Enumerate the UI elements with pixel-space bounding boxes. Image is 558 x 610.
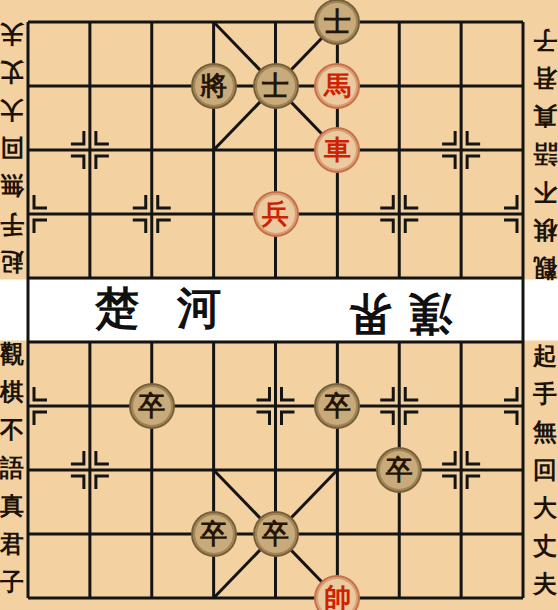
proverb-character: 回 bbox=[0, 128, 24, 166]
piece-black-soldier-5[interactable]: 卒 bbox=[253, 511, 299, 557]
proverb-character: 真 bbox=[533, 96, 557, 134]
proverb-right-top: 觀棋不語真君子 bbox=[531, 20, 558, 286]
proverb-character: 不 bbox=[533, 172, 557, 210]
proverb-character: 真 bbox=[0, 488, 24, 526]
proverb-character: 觀 bbox=[0, 336, 24, 374]
proverb-character: 棋 bbox=[0, 374, 24, 412]
proverb-character: 觀 bbox=[533, 248, 557, 286]
proverb-character: 夫 bbox=[0, 14, 24, 52]
proverb-character: 棋 bbox=[533, 210, 557, 248]
proverb-character: 子 bbox=[533, 20, 557, 58]
proverb-character: 子 bbox=[0, 564, 24, 602]
proverb-left-bottom: 觀棋不語真君子 bbox=[0, 336, 26, 602]
proverb-character: 無 bbox=[0, 166, 24, 204]
piece-black-soldier-3[interactable]: 卒 bbox=[376, 447, 422, 493]
proverb-character: 君 bbox=[533, 58, 557, 96]
proverb-left-top: 起手無回大丈夫 bbox=[0, 14, 26, 280]
proverb-character: 不 bbox=[0, 412, 24, 450]
proverb-character: 君 bbox=[0, 526, 24, 564]
proverb-character: 丈 bbox=[533, 528, 557, 566]
piece-black-soldier-1[interactable]: 卒 bbox=[129, 383, 175, 429]
river-label-chu-he: 楚河 bbox=[95, 283, 259, 339]
piece-black-general[interactable]: 將 bbox=[191, 63, 237, 109]
proverb-character: 回 bbox=[533, 452, 557, 490]
proverb-character: 無 bbox=[533, 414, 557, 452]
proverb-character: 丈 bbox=[0, 52, 24, 90]
proverb-character: 起 bbox=[533, 338, 557, 376]
piece-black-soldier-4[interactable]: 卒 bbox=[191, 511, 237, 557]
piece-black-advisor-2[interactable]: 士 bbox=[253, 63, 299, 109]
proverb-right-bottom: 起手無回大丈夫 bbox=[531, 338, 558, 604]
proverb-character: 手 bbox=[0, 204, 24, 242]
proverb-character: 語 bbox=[0, 450, 24, 488]
proverb-character: 手 bbox=[533, 376, 557, 414]
river-label-han-jie: 漢界 bbox=[330, 283, 452, 339]
piece-red-soldier[interactable]: 兵 bbox=[253, 191, 299, 237]
proverb-character: 大 bbox=[533, 490, 557, 528]
proverb-character: 起 bbox=[0, 242, 24, 280]
proverb-character: 夫 bbox=[533, 566, 557, 604]
proverb-character: 大 bbox=[0, 90, 24, 128]
proverb-character: 語 bbox=[533, 134, 557, 172]
